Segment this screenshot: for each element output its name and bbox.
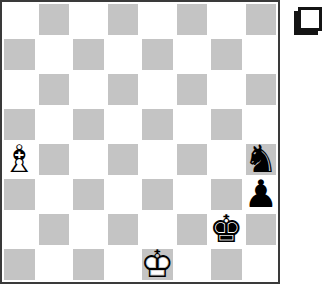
square-c3[interactable] <box>71 177 106 212</box>
square-f6[interactable] <box>175 72 210 107</box>
white-bishop-fill-glyph: ♝ <box>2 139 36 177</box>
square-e8[interactable] <box>140 2 175 37</box>
square-a2[interactable] <box>2 212 37 247</box>
square-g8[interactable] <box>209 2 244 37</box>
square-f7[interactable] <box>175 37 210 72</box>
square-f1[interactable] <box>175 247 210 282</box>
square-b3[interactable] <box>37 177 72 212</box>
square-g2[interactable]: ♚ <box>209 212 244 247</box>
square-b8[interactable] <box>37 2 72 37</box>
chess-board: ♝♗♞♟♚♚♔ <box>0 0 280 284</box>
square-c8[interactable] <box>71 2 106 37</box>
square-c6[interactable] <box>71 72 106 107</box>
square-f5[interactable] <box>175 107 210 142</box>
square-g3[interactable] <box>209 177 244 212</box>
square-c1[interactable] <box>71 247 106 282</box>
square-b5[interactable] <box>37 107 72 142</box>
piece-black-pawn[interactable]: ♟ <box>244 177 279 212</box>
square-h3[interactable]: ♟ <box>244 177 279 212</box>
white-bishop-glyph: ♗ <box>2 139 36 177</box>
square-h8[interactable] <box>244 2 279 37</box>
square-g1[interactable] <box>209 247 244 282</box>
square-b2[interactable] <box>37 212 72 247</box>
square-f2[interactable] <box>175 212 210 247</box>
square-f4[interactable] <box>175 142 210 177</box>
square-b4[interactable] <box>37 142 72 177</box>
square-b6[interactable] <box>37 72 72 107</box>
square-e5[interactable] <box>140 107 175 142</box>
square-h2[interactable] <box>244 212 279 247</box>
square-a8[interactable] <box>2 2 37 37</box>
square-d4[interactable] <box>106 142 141 177</box>
square-g5[interactable] <box>209 107 244 142</box>
square-c5[interactable] <box>71 107 106 142</box>
square-c2[interactable] <box>71 212 106 247</box>
square-h7[interactable] <box>244 37 279 72</box>
piece-white-bishop[interactable]: ♝♗ <box>2 142 37 177</box>
square-a3[interactable] <box>2 177 37 212</box>
piece-black-king[interactable]: ♚ <box>209 212 244 247</box>
black-king-glyph: ♚ <box>209 209 243 247</box>
square-d6[interactable] <box>106 72 141 107</box>
black-pawn-glyph: ♟ <box>244 174 278 212</box>
square-b7[interactable] <box>37 37 72 72</box>
white-king-fill-glyph: ♚ <box>140 244 174 282</box>
square-a5[interactable] <box>2 107 37 142</box>
square-g4[interactable] <box>209 142 244 177</box>
square-e4[interactable] <box>140 142 175 177</box>
square-a4[interactable]: ♝♗ <box>2 142 37 177</box>
square-e2[interactable] <box>140 212 175 247</box>
square-f3[interactable] <box>175 177 210 212</box>
square-d1[interactable] <box>106 247 141 282</box>
square-d2[interactable] <box>106 212 141 247</box>
square-c4[interactable] <box>71 142 106 177</box>
square-a6[interactable] <box>2 72 37 107</box>
square-g6[interactable] <box>209 72 244 107</box>
square-a7[interactable] <box>2 37 37 72</box>
square-h6[interactable] <box>244 72 279 107</box>
square-g7[interactable] <box>209 37 244 72</box>
square-e6[interactable] <box>140 72 175 107</box>
square-b1[interactable] <box>37 247 72 282</box>
square-a1[interactable] <box>2 247 37 282</box>
square-h4[interactable]: ♞ <box>244 142 279 177</box>
square-e7[interactable] <box>140 37 175 72</box>
square-d7[interactable] <box>106 37 141 72</box>
piece-white-king[interactable]: ♚♔ <box>140 247 175 282</box>
piece-black-knight[interactable]: ♞ <box>244 142 279 177</box>
white-king-glyph: ♔ <box>140 244 174 282</box>
white-to-move-indicator <box>298 7 322 31</box>
square-h5[interactable] <box>244 107 279 142</box>
square-c7[interactable] <box>71 37 106 72</box>
square-e1[interactable]: ♚♔ <box>140 247 175 282</box>
square-h1[interactable] <box>244 247 279 282</box>
square-f8[interactable] <box>175 2 210 37</box>
square-e3[interactable] <box>140 177 175 212</box>
black-knight-glyph: ♞ <box>244 139 278 177</box>
square-d3[interactable] <box>106 177 141 212</box>
square-d8[interactable] <box>106 2 141 37</box>
square-d5[interactable] <box>106 107 141 142</box>
